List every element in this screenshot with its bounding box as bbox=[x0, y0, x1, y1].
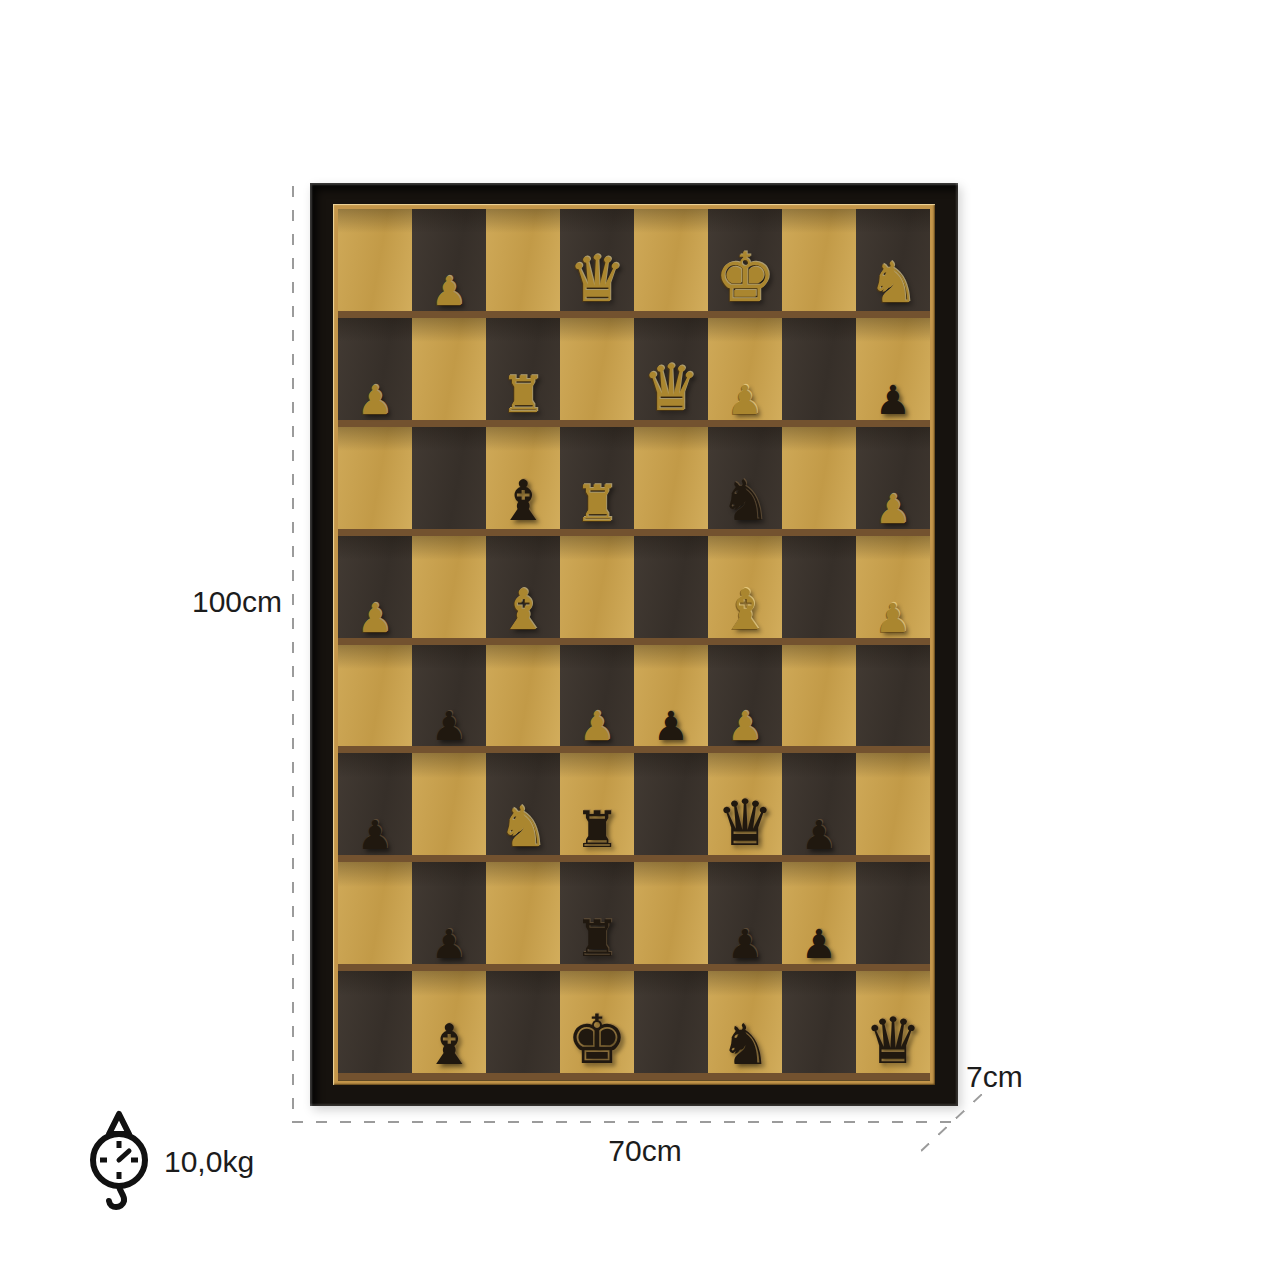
board-square-b8: ♟ bbox=[412, 209, 486, 311]
height-dimension-line bbox=[292, 186, 294, 1122]
board-shelf-row: ♝♜♞♟ bbox=[338, 427, 930, 536]
board-square-c3: ♞ bbox=[486, 753, 560, 855]
board-square-h3 bbox=[856, 753, 930, 855]
black-pawn: ♟ bbox=[357, 815, 393, 855]
black-pawn: ♟ bbox=[727, 924, 763, 964]
board-square-a1 bbox=[338, 971, 412, 1073]
gold-pawn: ♟ bbox=[579, 706, 615, 746]
board-square-c4 bbox=[486, 645, 560, 747]
board-square-f5: ♝ bbox=[708, 536, 782, 638]
gold-pawn: ♟ bbox=[357, 380, 393, 420]
gold-trim: ♟♛♚♞♟♜♛♟♟♝♜♞♟♟♝♝♟♟♟♟♟♟♞♜♛♟♟♜♟♟♝♚♞♛ bbox=[333, 204, 935, 1085]
board-square-e8 bbox=[634, 209, 708, 311]
board-square-g6 bbox=[782, 427, 856, 529]
board-square-h8: ♞ bbox=[856, 209, 930, 311]
board-square-d5 bbox=[560, 536, 634, 638]
board-square-a8 bbox=[338, 209, 412, 311]
board-square-g4 bbox=[782, 645, 856, 747]
board-square-a3: ♟ bbox=[338, 753, 412, 855]
black-pawn: ♟ bbox=[431, 706, 467, 746]
board-shelf-row: ♟♜♛♟♟ bbox=[338, 318, 930, 427]
gold-rook: ♜ bbox=[575, 479, 620, 529]
chess-board: ♟♛♚♞♟♜♛♟♟♝♜♞♟♟♝♝♟♟♟♟♟♟♞♜♛♟♟♜♟♟♝♚♞♛ bbox=[338, 209, 930, 1080]
gold-knight: ♞ bbox=[498, 799, 548, 855]
board-square-c2 bbox=[486, 862, 560, 964]
board-square-f2: ♟ bbox=[708, 862, 782, 964]
black-king: ♚ bbox=[567, 1005, 628, 1073]
gold-pawn: ♟ bbox=[727, 380, 763, 420]
board-square-c8 bbox=[486, 209, 560, 311]
gold-queen: ♛ bbox=[568, 247, 625, 311]
board-shelf-row: ♟♜♟♟ bbox=[338, 862, 930, 971]
board-square-e3 bbox=[634, 753, 708, 855]
board-square-h2 bbox=[856, 862, 930, 964]
board-square-d1: ♚ bbox=[560, 971, 634, 1073]
board-square-c5: ♝ bbox=[486, 536, 560, 638]
board-square-d4: ♟ bbox=[560, 645, 634, 747]
black-pawn: ♟ bbox=[875, 380, 911, 420]
board-square-g2: ♟ bbox=[782, 862, 856, 964]
board-square-b2: ♟ bbox=[412, 862, 486, 964]
black-bishop: ♝ bbox=[498, 473, 548, 529]
gold-pawn: ♟ bbox=[727, 706, 763, 746]
board-square-d6: ♜ bbox=[560, 427, 634, 529]
weight-label: 10,0kg bbox=[164, 1145, 254, 1179]
chess-board-frame: ♟♛♚♞♟♜♛♟♟♝♜♞♟♟♝♝♟♟♟♟♟♟♞♜♛♟♟♜♟♟♝♚♞♛ bbox=[310, 183, 958, 1106]
board-shelf-row: ♟♝♝♟ bbox=[338, 536, 930, 645]
gold-rook: ♜ bbox=[501, 370, 546, 420]
gold-pawn: ♟ bbox=[431, 271, 467, 311]
black-knight: ♞ bbox=[720, 1017, 770, 1073]
board-square-g8 bbox=[782, 209, 856, 311]
board-square-h7: ♟ bbox=[856, 318, 930, 420]
board-square-b3 bbox=[412, 753, 486, 855]
board-square-e6 bbox=[634, 427, 708, 529]
board-square-b7 bbox=[412, 318, 486, 420]
board-square-e2 bbox=[634, 862, 708, 964]
gold-queen: ♛ bbox=[642, 356, 699, 420]
board-square-h4 bbox=[856, 645, 930, 747]
height-label: 100cm bbox=[130, 585, 282, 619]
board-shelf-row: ♟♞♜♛♟ bbox=[338, 753, 930, 862]
board-square-e4: ♟ bbox=[634, 645, 708, 747]
black-rook: ♜ bbox=[575, 805, 620, 855]
width-label: 70cm bbox=[560, 1134, 730, 1168]
board-square-g7 bbox=[782, 318, 856, 420]
board-square-g1 bbox=[782, 971, 856, 1073]
board-square-c7: ♜ bbox=[486, 318, 560, 420]
black-pawn: ♟ bbox=[801, 815, 837, 855]
board-shelf-row: ♟♟♟♟ bbox=[338, 645, 930, 754]
board-square-b1: ♝ bbox=[412, 971, 486, 1073]
board-square-g5 bbox=[782, 536, 856, 638]
board-square-h6: ♟ bbox=[856, 427, 930, 529]
board-square-f3: ♛ bbox=[708, 753, 782, 855]
board-square-d7 bbox=[560, 318, 634, 420]
board-square-h1: ♛ bbox=[856, 971, 930, 1073]
depth-label: 7cm bbox=[966, 1060, 1023, 1094]
board-square-g3: ♟ bbox=[782, 753, 856, 855]
gold-bishop: ♝ bbox=[720, 582, 770, 638]
gold-bishop: ♝ bbox=[498, 582, 548, 638]
gold-pawn: ♟ bbox=[875, 598, 911, 638]
board-square-e7: ♛ bbox=[634, 318, 708, 420]
black-bishop: ♝ bbox=[424, 1017, 474, 1073]
board-square-f1: ♞ bbox=[708, 971, 782, 1073]
board-square-f8: ♚ bbox=[708, 209, 782, 311]
width-dimension-line bbox=[292, 1121, 958, 1123]
board-square-f6: ♞ bbox=[708, 427, 782, 529]
board-square-e1 bbox=[634, 971, 708, 1073]
board-square-a6 bbox=[338, 427, 412, 529]
board-square-c6: ♝ bbox=[486, 427, 560, 529]
board-square-b6 bbox=[412, 427, 486, 529]
gold-knight: ♞ bbox=[868, 255, 918, 311]
board-square-e5 bbox=[634, 536, 708, 638]
board-square-a2 bbox=[338, 862, 412, 964]
board-square-b5 bbox=[412, 536, 486, 638]
product-dimension-figure: ♟♛♚♞♟♜♛♟♟♝♜♞♟♟♝♝♟♟♟♟♟♟♞♜♛♟♟♜♟♟♝♚♞♛ 100cm… bbox=[0, 0, 1280, 1280]
board-square-f7: ♟ bbox=[708, 318, 782, 420]
board-square-h5: ♟ bbox=[856, 536, 930, 638]
board-square-d3: ♜ bbox=[560, 753, 634, 855]
black-pawn: ♟ bbox=[801, 924, 837, 964]
board-square-b4: ♟ bbox=[412, 645, 486, 747]
black-rook: ♜ bbox=[575, 914, 620, 964]
board-square-d2: ♜ bbox=[560, 862, 634, 964]
board-shelf-row: ♟♛♚♞ bbox=[338, 209, 930, 318]
black-queen: ♛ bbox=[864, 1009, 921, 1073]
gold-king: ♚ bbox=[715, 243, 776, 311]
board-square-c1 bbox=[486, 971, 560, 1073]
board-square-a4 bbox=[338, 645, 412, 747]
weight-scale-icon bbox=[86, 1110, 152, 1210]
black-pawn: ♟ bbox=[653, 706, 689, 746]
board-square-a7: ♟ bbox=[338, 318, 412, 420]
board-square-d8: ♛ bbox=[560, 209, 634, 311]
gold-pawn: ♟ bbox=[875, 489, 911, 529]
black-knight: ♞ bbox=[720, 473, 770, 529]
gold-pawn: ♟ bbox=[357, 598, 393, 638]
black-queen: ♛ bbox=[716, 791, 773, 855]
black-pawn: ♟ bbox=[431, 924, 467, 964]
board-square-f4: ♟ bbox=[708, 645, 782, 747]
board-shelf-row: ♝♚♞♛ bbox=[338, 971, 930, 1080]
board-square-a5: ♟ bbox=[338, 536, 412, 638]
